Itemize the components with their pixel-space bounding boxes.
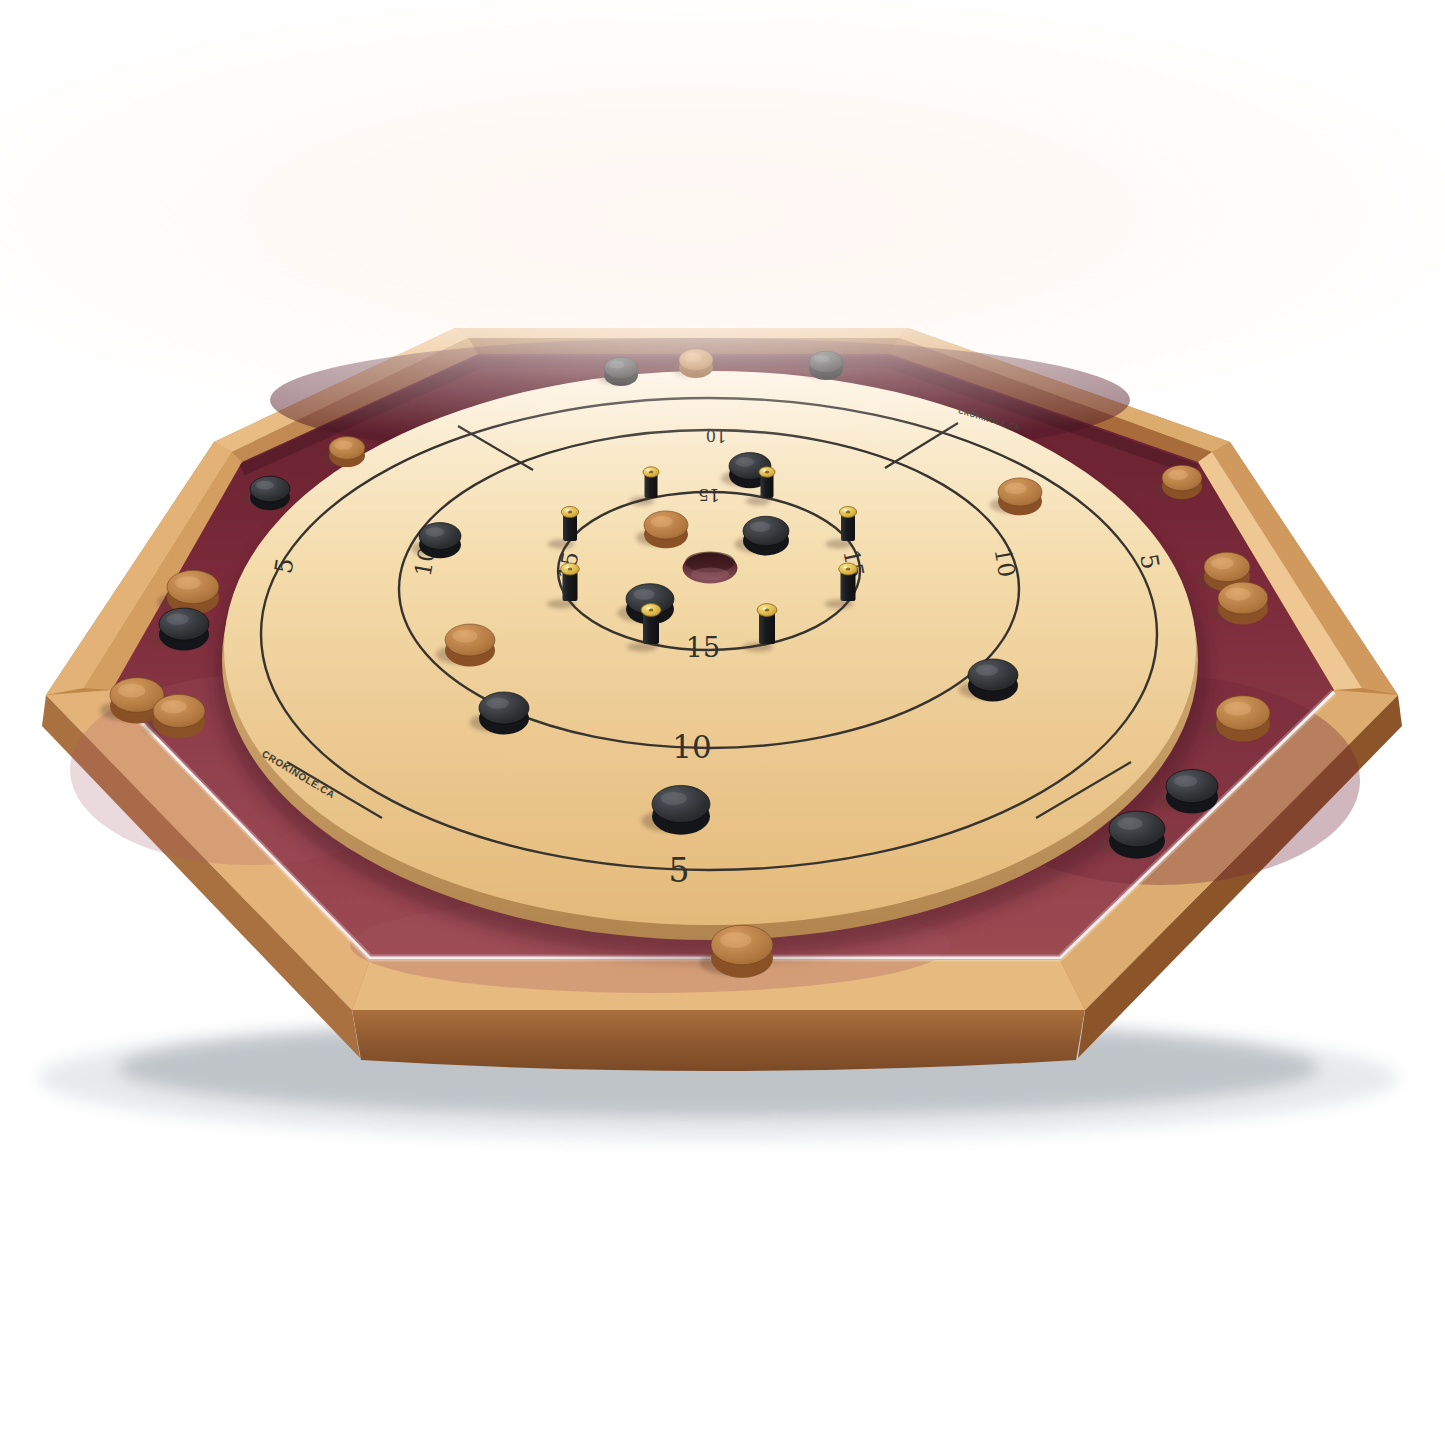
ring-value-label: 15 [686, 632, 720, 663]
crokinole-board: 5101515105151051510 CROKINOLE.CACROKINOL… [0, 0, 1445, 1445]
ring-value-label: 15 [698, 485, 720, 505]
product-photo: 5101515105151051510 CROKINOLE.CACROKINOL… [0, 0, 1445, 1445]
light-bloom [0, 0, 1445, 453]
center-hole-20 [683, 552, 738, 584]
frame-front-bottom [352, 1010, 1085, 1071]
ring-value-label: 5 [669, 851, 690, 890]
ring-value-label: 10 [990, 546, 1021, 579]
ring-value-label: 10 [672, 729, 711, 765]
